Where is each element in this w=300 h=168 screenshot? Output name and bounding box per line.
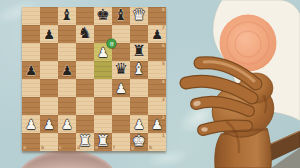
- square-h6[interactable]: 6: [148, 43, 166, 61]
- square-f2[interactable]: [112, 115, 130, 133]
- square-b1[interactable]: b: [40, 133, 58, 151]
- square-d6[interactable]: [76, 43, 94, 61]
- piece-white-pawn[interactable]: ♟: [97, 46, 109, 59]
- piece-white-bishop[interactable]: ♝: [132, 62, 146, 78]
- piece-black-bishop[interactable]: ♝: [60, 8, 74, 24]
- square-g1[interactable]: g♚: [130, 133, 148, 151]
- piece-white-queen[interactable]: ♛: [132, 8, 146, 24]
- square-b5[interactable]: [40, 61, 58, 79]
- piece-white-pawn[interactable]: ♟: [151, 118, 163, 131]
- piece-black-pawn[interactable]: ♟: [43, 28, 55, 41]
- rank-label: 4: [162, 80, 165, 85]
- square-c2[interactable]: ♟: [58, 115, 76, 133]
- piece-white-rook[interactable]: ♜: [96, 134, 110, 150]
- piece-black-pawn[interactable]: ♟: [25, 64, 37, 77]
- square-g8[interactable]: ♛: [130, 7, 148, 25]
- square-e2[interactable]: [94, 115, 112, 133]
- square-a1[interactable]: a: [22, 133, 40, 151]
- square-b2[interactable]: ♟: [40, 115, 58, 133]
- rank-label: 5: [162, 62, 165, 67]
- square-e4[interactable]: [94, 79, 112, 97]
- square-a6[interactable]: [22, 43, 40, 61]
- square-b8[interactable]: [40, 7, 58, 25]
- square-c3[interactable]: [58, 97, 76, 115]
- square-b6[interactable]: [40, 43, 58, 61]
- square-h3[interactable]: 3: [148, 97, 166, 115]
- file-label: h: [149, 146, 152, 151]
- square-c4[interactable]: [58, 79, 76, 97]
- square-c1[interactable]: c: [58, 133, 76, 151]
- chess-board[interactable]: !! ♝♚♝♛8♟♞7♟♟♜6♟♟♛♝5♟43♟♟♟♟2♟abcd♜e♜fg♚1…: [22, 7, 166, 151]
- square-h1[interactable]: 1h: [148, 133, 166, 151]
- square-b3[interactable]: [40, 97, 58, 115]
- square-a5[interactable]: ♟: [22, 61, 40, 79]
- piece-black-pawn[interactable]: ♟: [61, 64, 73, 77]
- square-h4[interactable]: 4: [148, 79, 166, 97]
- square-d7[interactable]: ♞: [76, 25, 94, 43]
- piece-white-king[interactable]: ♚: [132, 134, 146, 150]
- square-d8[interactable]: [76, 7, 94, 25]
- square-e5[interactable]: [94, 61, 112, 79]
- piece-black-king[interactable]: ♚: [96, 8, 110, 24]
- file-label: a: [23, 146, 26, 151]
- fingernail: [201, 127, 208, 132]
- square-g6[interactable]: ♜: [130, 43, 148, 61]
- square-h8[interactable]: 8: [148, 7, 166, 25]
- square-f4[interactable]: ♟: [112, 79, 130, 97]
- square-d1[interactable]: d♜: [76, 133, 94, 151]
- file-label: f: [113, 146, 115, 151]
- square-b7[interactable]: ♟: [40, 25, 58, 43]
- square-g4[interactable]: [130, 79, 148, 97]
- square-g5[interactable]: ♝: [130, 61, 148, 79]
- piece-black-knight[interactable]: ♞: [78, 26, 92, 42]
- square-f5[interactable]: ♛: [112, 61, 130, 79]
- square-h7[interactable]: 7♟: [148, 25, 166, 43]
- square-g7[interactable]: [130, 25, 148, 43]
- piece-white-pawn[interactable]: ♟: [61, 118, 73, 131]
- piece-black-bishop[interactable]: ♝: [114, 8, 128, 24]
- square-g2[interactable]: ♟: [130, 115, 148, 133]
- square-e1[interactable]: e♜: [94, 133, 112, 151]
- piece-black-rook[interactable]: ♜: [132, 44, 146, 60]
- brilliant-badge: !!: [107, 39, 116, 48]
- piece-white-rook[interactable]: ♜: [78, 134, 92, 150]
- square-b4[interactable]: [40, 79, 58, 97]
- square-d5[interactable]: [76, 61, 94, 79]
- square-a7[interactable]: [22, 25, 40, 43]
- hand-illustration: [170, 0, 300, 168]
- square-a8[interactable]: [22, 7, 40, 25]
- square-c7[interactable]: [58, 25, 76, 43]
- hand: [186, 62, 279, 168]
- square-f8[interactable]: ♝: [112, 7, 130, 25]
- square-g3[interactable]: [130, 97, 148, 115]
- pinky-finger: [203, 126, 247, 131]
- square-c8[interactable]: ♝: [58, 7, 76, 25]
- square-d4[interactable]: [76, 79, 94, 97]
- rank-label: 6: [162, 44, 165, 49]
- square-f3[interactable]: [112, 97, 130, 115]
- piece-black-pawn[interactable]: ♟: [151, 28, 163, 41]
- rank-label: 1: [162, 134, 165, 139]
- square-a4[interactable]: [22, 79, 40, 97]
- square-a2[interactable]: ♟: [22, 115, 40, 133]
- piece-white-pawn[interactable]: ♟: [133, 118, 145, 131]
- square-h5[interactable]: 5: [148, 61, 166, 79]
- file-label: b: [41, 146, 44, 151]
- bald-head-top: [14, 150, 120, 168]
- file-label: c: [59, 146, 62, 151]
- square-a3[interactable]: [22, 97, 40, 115]
- piece-white-pawn[interactable]: ♟: [43, 118, 55, 131]
- square-c5[interactable]: ♟: [58, 61, 76, 79]
- square-c6[interactable]: [58, 43, 76, 61]
- square-e3[interactable]: [94, 97, 112, 115]
- piece-white-pawn[interactable]: ♟: [115, 82, 127, 95]
- rank-label: 3: [162, 98, 165, 103]
- scene: !! ♝♚♝♛8♟♞7♟♟♜6♟♟♛♝5♟43♟♟♟♟2♟abcd♜e♜fg♚1…: [0, 0, 300, 168]
- square-h2[interactable]: 2♟: [148, 115, 166, 133]
- square-d3[interactable]: [76, 97, 94, 115]
- piece-black-queen[interactable]: ♛: [114, 62, 128, 78]
- square-e8[interactable]: ♚: [94, 7, 112, 25]
- rank-label: 8: [162, 8, 165, 13]
- square-f1[interactable]: f: [112, 133, 130, 151]
- piece-white-pawn[interactable]: ♟: [25, 118, 37, 131]
- square-d2[interactable]: [76, 115, 94, 133]
